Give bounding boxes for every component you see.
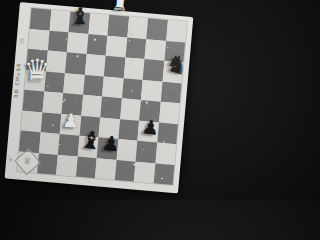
square-f6[interactable]	[123, 57, 144, 79]
board-grid: ♕♝♜♞♛♟♟♝♟	[17, 8, 187, 185]
square-e7[interactable]	[106, 35, 127, 57]
piece-black-pawn-g3[interactable]: ♟	[141, 115, 161, 139]
chess-board: ♔ 3D CHESS ® ♕♝♜♞♛♟♟♝♟	[5, 2, 194, 193]
square-h2[interactable]	[155, 142, 176, 164]
piece-black-pawn-e2[interactable]: ♟	[100, 131, 121, 157]
square-h4[interactable]	[159, 102, 180, 124]
logo-crown-icon: ♕	[23, 157, 32, 167]
square-g5[interactable]	[141, 79, 162, 101]
square-a8[interactable]	[30, 8, 51, 30]
square-g7[interactable]	[144, 39, 165, 61]
photo-scene: { "game": "chess", "scene": "overhead gr…	[0, 0, 200, 200]
square-f1[interactable]	[114, 159, 135, 181]
square-c5[interactable]	[63, 73, 84, 95]
square-d6[interactable]	[84, 54, 105, 76]
square-c1[interactable]	[56, 154, 77, 176]
piece-white-queen-a5[interactable]: ♛	[23, 52, 51, 87]
square-a4[interactable]	[23, 90, 44, 112]
square-c6[interactable]	[65, 52, 86, 74]
square-f5[interactable]	[122, 78, 143, 100]
square-d1[interactable]	[76, 156, 97, 178]
dust-speck	[23, 176, 24, 177]
square-g1[interactable]	[134, 161, 155, 183]
square-e6[interactable]	[104, 56, 125, 78]
piece-black-bishop-c8[interactable]: ♝	[69, 3, 91, 30]
piece-white-rook-e8[interactable]: ♜	[111, 0, 130, 15]
square-g2[interactable]	[136, 141, 157, 163]
square-e4[interactable]	[100, 97, 121, 119]
square-h5[interactable]	[160, 81, 181, 103]
square-c7[interactable]	[67, 32, 88, 54]
square-d5[interactable]	[83, 74, 104, 96]
square-b7[interactable]	[47, 30, 68, 52]
square-h8[interactable]	[166, 20, 187, 42]
square-d7[interactable]	[86, 34, 107, 56]
square-f7[interactable]	[125, 37, 146, 59]
square-g8[interactable]	[146, 18, 167, 40]
square-f4[interactable]	[120, 98, 141, 120]
dust-speck	[38, 178, 39, 179]
dust-speck	[138, 186, 139, 187]
square-b3[interactable]	[40, 112, 61, 134]
square-h3[interactable]	[157, 122, 178, 144]
square-f8[interactable]	[127, 17, 148, 39]
square-e1[interactable]	[95, 158, 116, 180]
square-b4[interactable]	[42, 91, 63, 113]
border-registered-mark: ®	[8, 157, 14, 163]
piece-white-pawn-c3[interactable]: ♟	[62, 108, 80, 131]
square-b2[interactable]	[38, 132, 59, 154]
square-e5[interactable]	[102, 76, 123, 98]
square-e8[interactable]	[107, 15, 128, 37]
square-f3[interactable]	[118, 119, 139, 141]
square-a7[interactable]	[28, 28, 49, 50]
square-d4[interactable]	[81, 95, 102, 117]
square-c2[interactable]	[58, 134, 79, 156]
square-a3[interactable]	[21, 110, 42, 132]
square-g6[interactable]	[143, 59, 164, 81]
brand-crown-icon: ♔	[18, 38, 25, 46]
square-d8[interactable]	[88, 13, 109, 35]
square-h1[interactable]	[153, 163, 174, 185]
square-b8[interactable]	[49, 10, 70, 32]
